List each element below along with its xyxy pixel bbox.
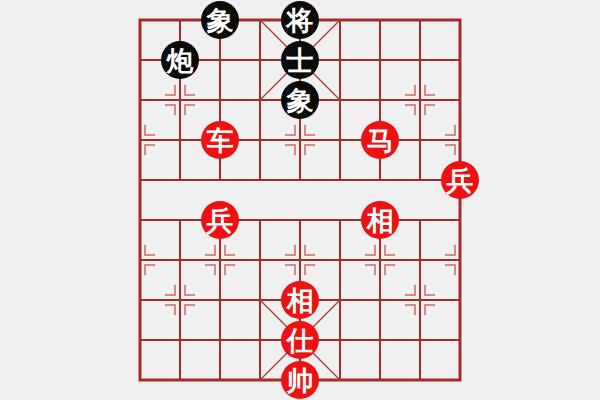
piece-black-elephant[interactable]: 象 xyxy=(281,81,319,119)
xiangqi-app: 象将炮士象车马兵兵相相仕帅 xyxy=(0,0,600,400)
piece-black-cannon[interactable]: 炮 xyxy=(161,41,199,79)
piece-red-elephant[interactable]: 相 xyxy=(281,281,319,319)
piece-red-advisor[interactable]: 仕 xyxy=(281,321,319,359)
piece-red-pawn[interactable]: 兵 xyxy=(201,201,239,239)
piece-red-pawn[interactable]: 兵 xyxy=(441,161,479,199)
piece-black-general[interactable]: 将 xyxy=(281,1,319,39)
pieces-layer: 象将炮士象车马兵兵相相仕帅 xyxy=(0,0,600,400)
piece-red-elephant[interactable]: 相 xyxy=(361,201,399,239)
piece-red-chariot[interactable]: 车 xyxy=(201,121,239,159)
piece-black-advisor[interactable]: 士 xyxy=(281,41,319,79)
piece-black-elephant[interactable]: 象 xyxy=(201,1,239,39)
piece-red-general[interactable]: 帅 xyxy=(281,361,319,399)
piece-red-horse[interactable]: 马 xyxy=(361,121,399,159)
